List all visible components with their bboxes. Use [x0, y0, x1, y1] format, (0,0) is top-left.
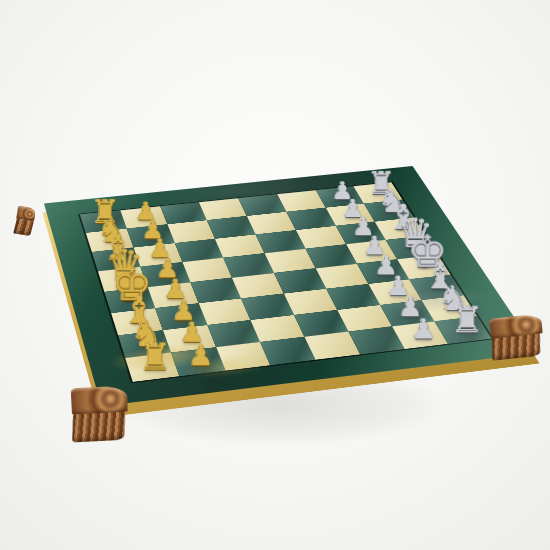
foot-flutes [13, 219, 33, 236]
pawn-glyph: ♟ [383, 315, 465, 343]
foot-flutes [72, 412, 124, 443]
bronze-foot-front-left [71, 386, 130, 443]
foot-volute-icon [71, 386, 128, 415]
product-photo-scene: ♜♟♟♜♞♟♟♞♝♟♟♝♛♟♟♛♚♟♟♚♝♟♟♝♞♟♟♞♜♟♟♜ [0, 0, 550, 550]
bronze-foot-back-left [14, 206, 36, 236]
rook-glyph: ♜ [113, 338, 197, 375]
bronze-foot-right [489, 313, 545, 360]
chess-board: ♜♟♟♜♞♟♟♞♝♟♟♝♛♟♟♛♚♟♟♚♝♟♟♝♞♟♟♞♜♟♟♜ [44, 166, 538, 406]
